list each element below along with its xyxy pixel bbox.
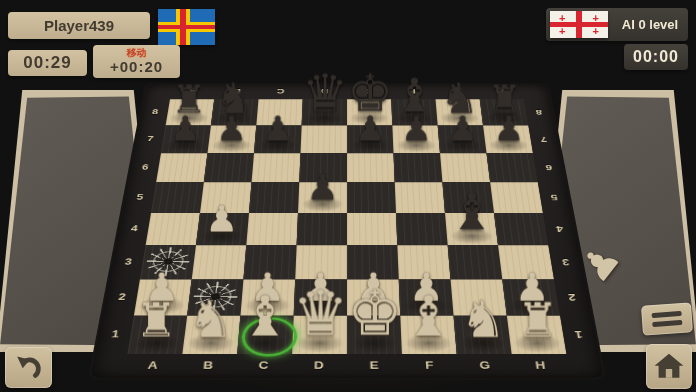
rank-label-1: 1 <box>565 328 592 341</box>
file-label-a: A <box>139 359 166 372</box>
square-a5[interactable] <box>151 182 204 213</box>
file-label-c: C <box>271 87 291 95</box>
piece-black-pawn-b7[interactable]: ♟ <box>207 126 256 154</box>
piece-white-knight-b1[interactable]: ♞ <box>182 316 240 354</box>
square-h5[interactable] <box>490 182 543 213</box>
undo-button[interactable] <box>5 347 52 388</box>
square-d4[interactable] <box>297 213 347 245</box>
square-h6[interactable] <box>487 153 538 182</box>
square-a4[interactable] <box>146 213 200 245</box>
square-f4[interactable] <box>396 213 448 245</box>
rank-label-5: 5 <box>542 192 565 202</box>
square-c4[interactable] <box>246 213 298 245</box>
file-label-e: E <box>362 359 387 372</box>
square-g6[interactable] <box>440 153 490 182</box>
home-icon <box>653 349 685 385</box>
piece-black-pawn-a7[interactable]: ♟ <box>161 126 211 154</box>
piece-white-rook-h1[interactable]: ♜ <box>507 316 567 354</box>
piece-black-bishop-g4[interactable]: ♝ <box>445 213 498 245</box>
rank-label-1: 1 <box>102 328 129 341</box>
square-a6[interactable] <box>156 153 207 182</box>
chess-board: 8877665544332211AABBCCDDEEFFGGHH♜♞♛♚♝♞♜♟… <box>90 84 603 378</box>
file-label-d: D <box>306 359 331 372</box>
square-c5[interactable] <box>249 182 299 213</box>
piece-white-rook-a1[interactable]: ♜ <box>127 316 187 354</box>
player-name-plate: Player439 <box>8 12 150 39</box>
square-h4[interactable] <box>494 213 548 245</box>
player-clock: 00:29 <box>8 50 87 76</box>
square-f5[interactable] <box>395 182 445 213</box>
rank-label-7: 7 <box>533 134 555 143</box>
square-e5[interactable] <box>347 182 396 213</box>
opponent-clock: 00:00 <box>624 44 688 70</box>
opponent-name: AI 0 level <box>612 8 688 41</box>
increment-plate: 移动 +00:20 <box>93 45 180 78</box>
square-b3[interactable] <box>192 245 247 279</box>
board-scene: 8877665544332211AABBCCDDEEFFGGHH♜♞♛♚♝♞♜♟… <box>122 0 572 392</box>
piece-black-pawn-f7[interactable]: ♟ <box>392 126 440 154</box>
piece-black-queen-d8[interactable]: ♛ <box>302 99 347 125</box>
piece-black-pawn-e7[interactable]: ♟ <box>347 126 394 154</box>
piece-white-bishop-f1[interactable]: ♝ <box>400 316 456 354</box>
file-label-h: H <box>527 359 554 372</box>
file-label-g: G <box>472 359 498 372</box>
rank-label-6: 6 <box>134 163 157 172</box>
piece-white-pawn-b4[interactable]: ♟ <box>196 213 249 245</box>
move-label: 移动 <box>93 47 180 58</box>
double-bar-icon <box>651 307 682 331</box>
square-e4[interactable] <box>347 213 397 245</box>
home-button[interactable] <box>646 344 692 389</box>
increment-value: +00:20 <box>93 58 180 75</box>
rank-label-4: 4 <box>122 223 146 234</box>
rank-label-7: 7 <box>139 134 161 143</box>
piece-black-pawn-d5[interactable]: ♟ <box>298 182 347 213</box>
square-g3[interactable] <box>448 245 503 279</box>
undo-arrow-icon <box>13 351 45 385</box>
piece-white-queen-d1[interactable]: ♛ <box>292 316 347 354</box>
file-label-c: C <box>250 359 276 372</box>
square-e6[interactable] <box>347 153 395 182</box>
game-screen: 8877665544332211AABBCCDDEEFFGGHH♜♞♛♚♝♞♜♟… <box>0 0 696 392</box>
georgia-flag-icon: ++++ <box>550 11 608 38</box>
square-f6[interactable] <box>394 153 443 182</box>
piece-white-king-e1[interactable]: ♚ <box>347 316 402 354</box>
square-c6[interactable] <box>252 153 301 182</box>
file-label-b: B <box>195 359 221 372</box>
rank-label-5: 5 <box>128 192 151 202</box>
piece-black-pawn-h7[interactable]: ♟ <box>483 126 533 154</box>
square-d7[interactable] <box>300 126 347 154</box>
tray-menu-button[interactable] <box>641 302 693 335</box>
piece-white-knight-g1[interactable]: ♞ <box>454 316 512 354</box>
square-b6[interactable] <box>204 153 254 182</box>
piece-black-pawn-c7[interactable]: ♟ <box>254 126 302 154</box>
rank-label-6: 6 <box>537 163 560 172</box>
piece-black-pawn-g7[interactable]: ♟ <box>438 126 487 154</box>
file-label-f: F <box>417 359 443 372</box>
rank-label-4: 4 <box>548 223 572 234</box>
aland-flag-icon <box>158 9 215 45</box>
rank-label-3: 3 <box>116 256 141 267</box>
